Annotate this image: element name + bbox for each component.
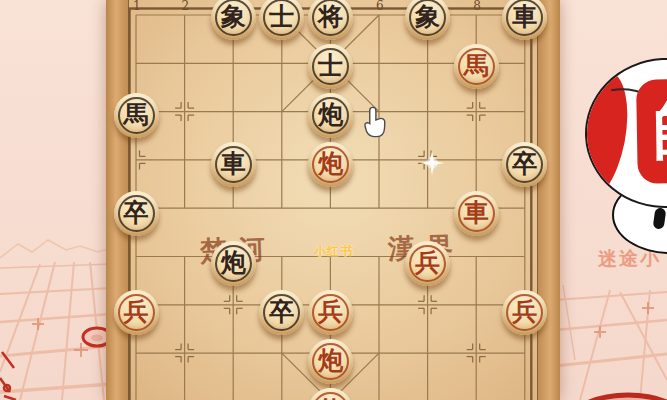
red-scribbles [0,352,16,400]
piece-glyph: 兵 [124,299,149,324]
watermark-right: 迷途小 [598,246,667,272]
piece-red-chariot[interactable]: 車 [454,191,499,236]
piece-red-soldier[interactable]: 兵 [308,290,353,335]
watermark-xiaohongshu: 小红书 [314,243,353,260]
xiangqi-board[interactable]: 123456789 楚河 漢界 小红书 象士将象車士馬馬炮車炮卒卒車炮兵兵卒兵兵… [106,0,560,400]
piece-black-soldier[interactable]: 卒 [259,290,304,335]
right-panel-art [545,0,667,400]
piece-black-chariot[interactable]: 車 [211,142,256,187]
piece-glyph: 卒 [124,200,149,225]
piece-glyph: 象 [221,4,246,29]
mascot-cap: 帥 [581,54,667,212]
piece-red-soldier[interactable]: 兵 [114,290,159,335]
piece-red-soldier[interactable]: 兵 [502,290,547,335]
mascot-cap-red-patch [581,65,637,208]
column-label-1: 1 [133,0,141,13]
piece-black-soldier[interactable]: 卒 [114,191,159,236]
piece-glyph: 兵 [318,299,343,324]
piece-glyph: 炮 [221,250,246,275]
piece-glyph: 車 [512,4,537,29]
piece-red-soldier[interactable]: 兵 [405,241,450,286]
piece-black-cannon[interactable]: 炮 [211,241,256,286]
piece-glyph: 卒 [512,151,537,176]
mascot-cap-seam [581,64,667,212]
column-label-8: 8 [473,0,481,13]
piece-black-advisor[interactable]: 士 [308,44,353,89]
piece-red-cannon[interactable]: 炮 [308,339,353,384]
piece-glyph: 象 [415,4,440,29]
piece-glyph: 兵 [415,250,440,275]
piece-glyph: 車 [221,151,246,176]
piece-glyph: 将 [318,4,343,29]
app-screen: 123456789 楚河 漢界 小红书 象士将象車士馬馬炮車炮卒卒車炮兵兵卒兵兵… [0,0,667,400]
mascot-eye [653,207,667,229]
piece-black-horse[interactable]: 馬 [114,93,159,138]
piece-glyph: 卒 [269,299,294,324]
piece-glyph: 兵 [512,299,537,324]
piece-glyph: 炮 [318,151,343,176]
piece-glyph: 士 [269,4,294,29]
piece-red-cannon[interactable]: 炮 [308,142,353,187]
piece-glyph: 車 [464,200,489,225]
piece-black-cannon[interactable]: 炮 [308,93,353,138]
column-label-2: 2 [182,0,190,13]
left-panel-art [0,0,112,400]
mascot-face [612,176,667,254]
column-label-6: 6 [376,0,384,13]
piece-black-elephant[interactable]: 象 [211,0,256,40]
piece-glyph: 炮 [318,348,343,373]
red-disc-bottom-right [568,395,667,400]
piece-glyph: 士 [318,53,343,78]
piece-glyph: 馬 [464,53,489,78]
piece-red-horse[interactable]: 馬 [454,44,499,89]
piece-glyph: 炮 [318,102,343,127]
mascot-cap-seal: 帥 [636,78,667,184]
piece-glyph: 馬 [124,102,149,127]
piece-black-general[interactable]: 将 [308,0,353,40]
